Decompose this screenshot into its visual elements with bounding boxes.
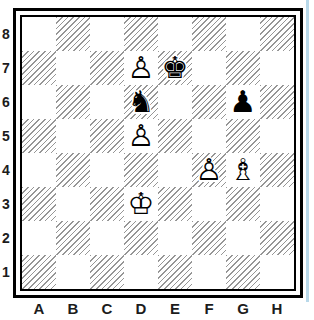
file-label-h: H [260,300,294,318]
page-edge-artifact [306,0,309,302]
rank-labels: 87654321 [0,17,12,289]
square-f3[interactable] [192,187,226,221]
square-c3[interactable] [90,187,124,221]
square-a8[interactable] [22,17,56,51]
square-g6[interactable]: ♟♟ [226,85,260,119]
square-g5[interactable] [226,119,260,153]
square-e7[interactable]: ♚♚ [158,51,192,85]
square-e6[interactable] [158,85,192,119]
square-e8[interactable] [158,17,192,51]
rank-label-2: 2 [0,221,12,255]
square-h7[interactable] [260,51,294,85]
square-g2[interactable] [226,221,260,255]
square-h8[interactable] [260,17,294,51]
square-a1[interactable] [22,255,56,289]
square-f4[interactable]: ♟♙ [192,153,226,187]
square-h4[interactable] [260,153,294,187]
board-frame: ♟♙♚♚♞♞♟♟♟♙♟♙♝♗♚♔ [13,8,303,298]
square-f5[interactable] [192,119,226,153]
square-e3[interactable] [158,187,192,221]
square-b8[interactable] [56,17,90,51]
square-c4[interactable] [90,153,124,187]
file-label-g: G [226,300,260,318]
square-f7[interactable] [192,51,226,85]
file-label-a: A [22,300,56,318]
square-a6[interactable] [22,85,56,119]
square-b5[interactable] [56,119,90,153]
square-a7[interactable] [22,51,56,85]
square-c8[interactable] [90,17,124,51]
file-label-d: D [124,300,158,318]
square-a5[interactable] [22,119,56,153]
square-c7[interactable] [90,51,124,85]
file-label-b: B [56,300,90,318]
square-b6[interactable] [56,85,90,119]
square-e4[interactable] [158,153,192,187]
board: ♟♙♚♚♞♞♟♟♟♙♟♙♝♗♚♔ [20,15,296,291]
square-f2[interactable] [192,221,226,255]
white-pawn-icon: ♙ [124,51,158,85]
piece-white-pawn-f4[interactable]: ♟♙ [192,153,226,187]
square-a3[interactable] [22,187,56,221]
square-d2[interactable] [124,221,158,255]
square-b4[interactable] [56,153,90,187]
square-e5[interactable] [158,119,192,153]
square-h2[interactable] [260,221,294,255]
square-g3[interactable] [226,187,260,221]
square-c5[interactable] [90,119,124,153]
black-king-icon: ♚ [158,51,192,85]
square-c2[interactable] [90,221,124,255]
square-d8[interactable] [124,17,158,51]
square-d1[interactable] [124,255,158,289]
square-g7[interactable] [226,51,260,85]
square-d6[interactable]: ♞♞ [124,85,158,119]
square-g8[interactable] [226,17,260,51]
file-label-f: F [192,300,226,318]
black-pawn-icon: ♟ [226,85,260,119]
square-a2[interactable] [22,221,56,255]
chess-diagram: 87654321 ♟♙♚♚♞♞♟♟♟♙♟♙♝♗♚♔ ABCDEFGH [0,0,314,320]
piece-black-king-e7[interactable]: ♚♚ [158,51,192,85]
rank-label-4: 4 [0,153,12,187]
square-d5[interactable]: ♟♙ [124,119,158,153]
square-h3[interactable] [260,187,294,221]
square-e1[interactable] [158,255,192,289]
square-b2[interactable] [56,221,90,255]
piece-white-pawn-d5[interactable]: ♟♙ [124,119,158,153]
white-bishop-icon: ♗ [226,153,260,187]
square-b7[interactable] [56,51,90,85]
square-b1[interactable] [56,255,90,289]
square-b3[interactable] [56,187,90,221]
square-g1[interactable] [226,255,260,289]
square-d3[interactable]: ♚♔ [124,187,158,221]
rank-label-7: 7 [0,51,12,85]
black-knight-icon: ♞ [124,85,158,119]
rank-label-3: 3 [0,187,12,221]
square-d7[interactable]: ♟♙ [124,51,158,85]
square-a4[interactable] [22,153,56,187]
square-g4[interactable]: ♝♗ [226,153,260,187]
white-pawn-icon: ♙ [124,119,158,153]
piece-black-pawn-g6[interactable]: ♟♟ [226,85,260,119]
piece-white-pawn-d7[interactable]: ♟♙ [124,51,158,85]
file-labels: ABCDEFGH [22,300,294,318]
square-e2[interactable] [158,221,192,255]
rank-label-5: 5 [0,119,12,153]
rank-label-8: 8 [0,17,12,51]
piece-white-king-d3[interactable]: ♚♔ [124,187,158,221]
white-pawn-icon: ♙ [192,153,226,187]
square-h6[interactable] [260,85,294,119]
piece-white-bishop-g4[interactable]: ♝♗ [226,153,260,187]
square-h1[interactable] [260,255,294,289]
white-king-icon: ♔ [124,187,158,221]
file-label-c: C [90,300,124,318]
piece-black-knight-d6[interactable]: ♞♞ [124,85,158,119]
square-c1[interactable] [90,255,124,289]
square-f1[interactable] [192,255,226,289]
square-f8[interactable] [192,17,226,51]
square-f6[interactable] [192,85,226,119]
square-d4[interactable] [124,153,158,187]
rank-label-1: 1 [0,255,12,289]
square-c6[interactable] [90,85,124,119]
file-label-e: E [158,300,192,318]
square-h5[interactable] [260,119,294,153]
rank-label-6: 6 [0,85,12,119]
